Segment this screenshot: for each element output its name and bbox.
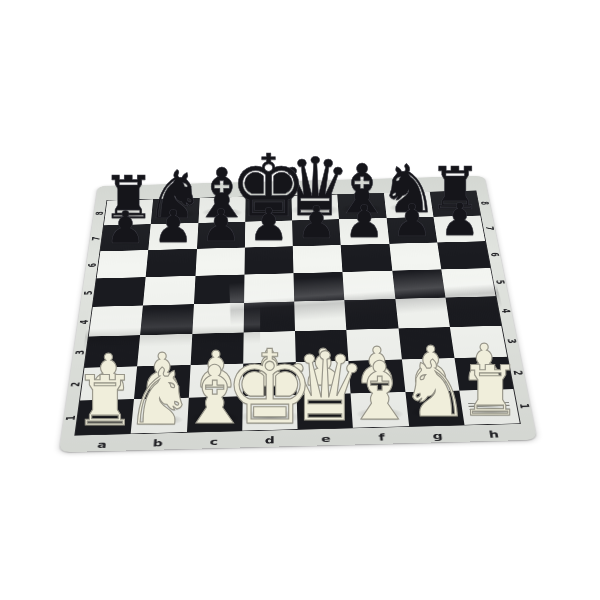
square-f1 [351, 392, 409, 428]
chess-set-photo: abcdefgh8765432187654321 ♜♞♝♚♛♝♞♜♟♟♟♟♟♟♟… [0, 0, 600, 600]
file-label-d: d [265, 436, 275, 445]
square-d3 [243, 331, 296, 363]
rank-label-right-4: 4 [498, 307, 512, 314]
square-h5 [441, 268, 496, 297]
square-g4 [395, 298, 450, 329]
square-e7 [292, 219, 341, 246]
square-a6 [97, 250, 149, 278]
square-f8 [337, 193, 386, 219]
square-g7 [386, 217, 437, 244]
rank-label-left-7: 7 [89, 235, 102, 241]
file-label-c: c [210, 437, 219, 446]
square-h2 [454, 357, 513, 391]
file-label-h: h [488, 430, 499, 439]
square-d5 [244, 273, 294, 303]
file-label-e: e [321, 434, 331, 443]
square-e5 [293, 272, 344, 302]
square-a8 [104, 199, 153, 225]
square-f6 [341, 244, 392, 272]
square-c4 [192, 303, 244, 334]
square-d6 [244, 246, 293, 274]
square-f2 [349, 359, 405, 393]
board-grid [74, 190, 521, 435]
square-g6 [389, 242, 441, 270]
rank-label-right-3: 3 [504, 337, 518, 345]
rank-label-left-3: 3 [73, 348, 87, 356]
square-b6 [146, 249, 197, 277]
square-a5 [93, 277, 146, 307]
file-label-b: b [153, 438, 164, 447]
rank-label-right-2: 2 [510, 369, 525, 377]
square-e6 [293, 245, 343, 273]
square-b1 [131, 398, 188, 434]
square-d7 [245, 220, 293, 247]
square-c7 [197, 222, 245, 249]
square-g5 [392, 269, 445, 298]
square-a2 [80, 366, 137, 400]
square-f7 [339, 218, 389, 245]
square-b3 [137, 334, 192, 367]
rank-label-right-8: 8 [478, 200, 491, 206]
rank-label-left-8: 8 [93, 210, 105, 216]
rank-label-right-5: 5 [493, 278, 507, 285]
rank-label-right-1: 1 [516, 402, 531, 410]
square-g8 [384, 192, 434, 218]
square-d2 [243, 362, 297, 396]
square-f4 [345, 299, 399, 330]
square-c6 [195, 248, 245, 276]
square-a7 [100, 224, 151, 251]
square-h7 [433, 216, 485, 243]
square-b4 [140, 304, 193, 335]
file-label-a: a [97, 440, 107, 449]
square-d4 [243, 302, 295, 333]
square-h8 [430, 191, 481, 217]
rank-label-left-4: 4 [77, 318, 91, 325]
square-h4 [445, 296, 501, 327]
square-a4 [89, 305, 143, 336]
chessboard-mat: abcdefgh8765432187654321 [59, 176, 537, 452]
square-e4 [294, 300, 346, 331]
square-h3 [450, 326, 507, 358]
manufacturer-fineprint [468, 402, 510, 411]
square-e2 [296, 361, 351, 395]
square-c8 [198, 197, 245, 223]
square-b5 [143, 276, 195, 306]
coordinate-labels: abcdefgh8765432187654321 [98, 176, 484, 186]
square-a1 [75, 399, 134, 435]
square-b7 [148, 223, 198, 250]
file-label-g: g [432, 431, 443, 440]
rank-label-left-2: 2 [68, 380, 82, 388]
square-e1 [297, 393, 353, 429]
square-d1 [242, 395, 298, 431]
square-a3 [85, 335, 141, 368]
rank-label-right-7: 7 [483, 225, 496, 231]
square-g2 [401, 358, 459, 392]
square-e8 [291, 195, 339, 221]
square-g3 [398, 327, 454, 359]
square-g1 [405, 391, 464, 427]
square-e3 [295, 330, 349, 362]
square-b8 [151, 198, 199, 224]
square-f5 [343, 271, 395, 301]
rank-label-left-6: 6 [86, 262, 99, 269]
square-c2 [188, 364, 243, 398]
square-c3 [190, 332, 243, 364]
square-c5 [194, 275, 245, 305]
rank-label-right-6: 6 [488, 251, 501, 258]
square-b2 [134, 365, 190, 399]
file-label-f: f [378, 433, 385, 442]
rank-label-left-1: 1 [63, 413, 78, 422]
rank-label-left-5: 5 [81, 289, 94, 296]
square-c1 [186, 396, 242, 432]
square-h6 [437, 241, 490, 269]
square-d8 [245, 196, 292, 222]
square-f3 [347, 328, 402, 360]
